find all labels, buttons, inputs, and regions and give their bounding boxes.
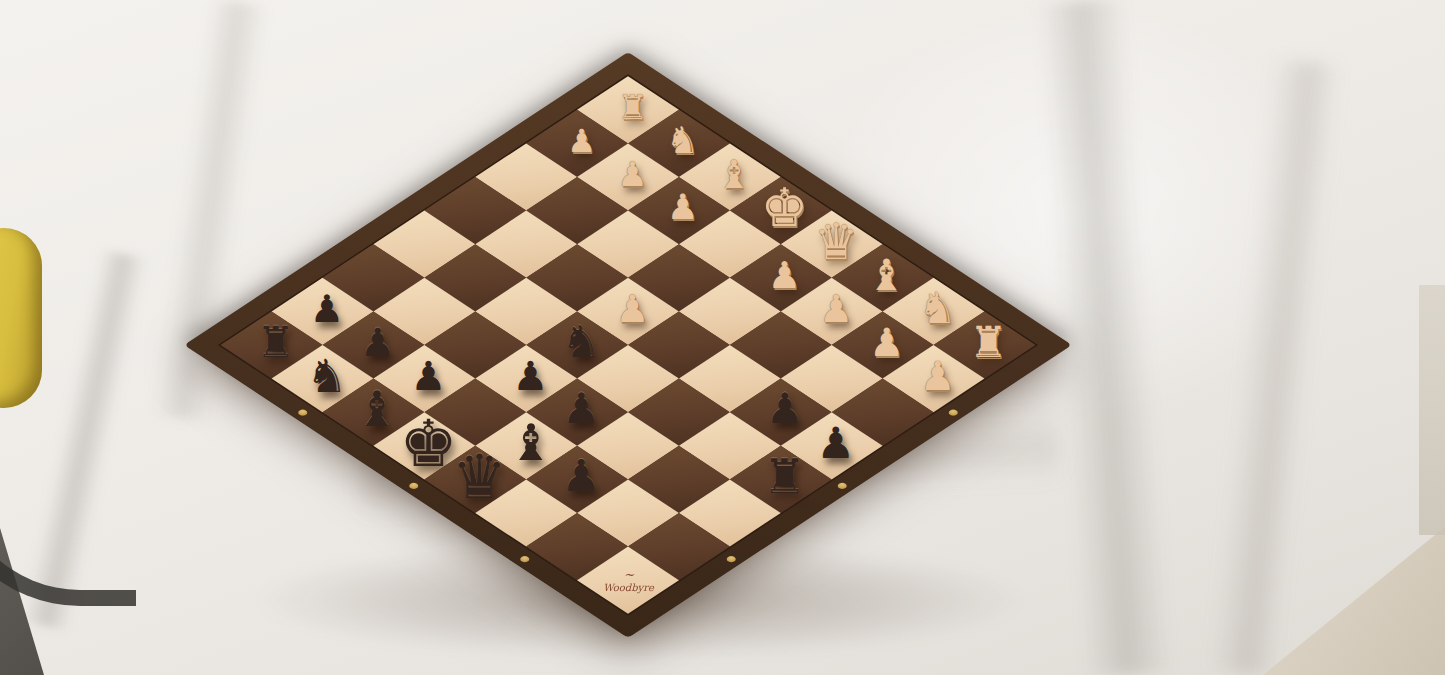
- floor-edge-right: [1419, 285, 1445, 535]
- chess-piece-white-p-b2[interactable]: ♟: [869, 323, 904, 362]
- board-frame: ♜♞♝♚♛♝♞♜♟♟♟♟♟♟♟♟♟♟♞♜♟♟♟♟♟♝♟♜♞♝♚♛~Woodbyr…: [184, 52, 1072, 638]
- chess-piece-black-r-a5[interactable]: ♜: [763, 453, 806, 501]
- brass-inlay-dot: [725, 555, 738, 563]
- chess-piece-black-p-c7[interactable]: ♟: [562, 455, 601, 499]
- brass-inlay-dot: [947, 408, 960, 416]
- chess-piece-black-n-e5[interactable]: ♞: [562, 320, 601, 364]
- chess-piece-white-n-g1[interactable]: ♞: [667, 122, 700, 159]
- brass-inlay-dot: [407, 482, 420, 490]
- chess-piece-white-b-c1[interactable]: ♝: [868, 253, 907, 296]
- chess-piece-white-p-f2[interactable]: ♟: [667, 190, 698, 225]
- chess-piece-black-r-h8[interactable]: ♜: [257, 321, 296, 364]
- chess-board: ♜♞♝♚♛♝♞♜♟♟♟♟♟♟♟♟♟♟♞♜♟♟♟♟♟♝♟♜♞♝♚♛~Woodbyr…: [221, 76, 1036, 614]
- chess-piece-white-r-a1[interactable]: ♜: [969, 321, 1008, 364]
- brass-inlay-dot: [296, 408, 309, 416]
- chess-piece-white-p-e4[interactable]: ♟: [615, 290, 649, 328]
- chess-piece-white-p-d2[interactable]: ♟: [768, 256, 801, 293]
- chess-piece-black-p-e6[interactable]: ♟: [512, 356, 548, 396]
- cloth-fold: [1208, 58, 1342, 675]
- chess-piece-black-p-h7[interactable]: ♟: [310, 290, 344, 328]
- chess-piece-white-p-g2[interactable]: ♟: [617, 157, 647, 191]
- chess-piece-black-b-d7[interactable]: ♝: [508, 418, 553, 468]
- board-logo-squiggle: ~: [603, 568, 654, 582]
- chess-piece-white-r-h1[interactable]: ♜: [617, 90, 647, 124]
- chess-piece-white-p-a2[interactable]: ♟: [920, 356, 956, 396]
- brass-inlay-dot: [836, 482, 849, 490]
- yellow-object: [0, 228, 42, 408]
- chess-piece-black-p-b4[interactable]: ♟: [766, 388, 804, 430]
- floor-corner-right: [1185, 485, 1445, 675]
- chess-piece-black-p-a4[interactable]: ♟: [817, 422, 856, 465]
- chessboard-assembly: ♜♞♝♚♛♝♞♜♟♟♟♟♟♟♟♟♟♟♞♜♟♟♟♟♟♝♟♜♞♝♚♛~Woodbyr…: [184, 52, 1072, 638]
- chess-piece-black-b-f8[interactable]: ♝: [356, 385, 400, 434]
- chess-piece-black-p-g7[interactable]: ♟: [360, 323, 395, 362]
- scene: ♜♞♝♚♛♝♞♜♟♟♟♟♟♟♟♟♟♟♞♜♟♟♟♟♟♝♟♜♞♝♚♛~Woodbyr…: [0, 0, 1445, 675]
- chess-piece-black-p-f7[interactable]: ♟: [411, 356, 447, 396]
- chess-piece-white-n-b1[interactable]: ♞: [918, 287, 957, 330]
- board-logo: ~Woodbyre: [603, 568, 654, 593]
- chess-piece-white-b-f1[interactable]: ♝: [717, 155, 752, 194]
- chess-piece-white-q-d1[interactable]: ♛: [813, 216, 858, 266]
- chess-piece-black-n-g8[interactable]: ♞: [306, 353, 347, 399]
- board-logo-text: Woodbyre: [603, 582, 654, 593]
- chess-piece-black-p-d6[interactable]: ♟: [563, 388, 601, 430]
- chess-piece-white-p-h2[interactable]: ♟: [567, 125, 596, 157]
- brass-inlay-dot: [518, 555, 531, 563]
- chess-piece-white-k-e1[interactable]: ♚: [761, 181, 809, 234]
- chess-piece-white-p-c2[interactable]: ♟: [819, 290, 853, 328]
